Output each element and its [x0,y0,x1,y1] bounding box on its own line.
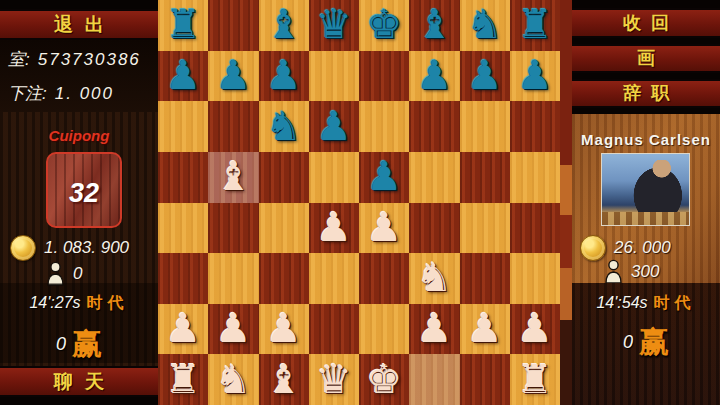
square-c6[interactable]: ♞ [259,101,309,152]
square-e2[interactable] [359,304,409,355]
square-e1[interactable]: ♚ [359,354,409,405]
square-f8[interactable]: ♝ [409,0,459,51]
square-f1[interactable] [409,354,459,405]
person-icon [604,259,623,284]
right-player-avatar[interactable] [601,153,690,226]
square-f4[interactable] [409,203,459,254]
square-b6[interactable] [208,101,258,152]
left-score-value: 0 [73,264,82,284]
white-bishop-c1[interactable]: ♝ [266,359,302,399]
black-pawn-d6[interactable]: ♟ [316,106,352,146]
square-b7[interactable]: ♟ [208,51,258,102]
right-wins: 0赢 [572,322,720,363]
square-g7[interactable]: ♟ [460,51,510,102]
white-bishop-b5[interactable]: ♝ [215,156,251,196]
square-d7[interactable] [309,51,359,102]
chat-button-label: 聊天 [42,371,116,392]
square-g2[interactable]: ♟ [460,304,510,355]
square-a7[interactable]: ♟ [158,51,208,102]
square-f2[interactable]: ♟ [409,304,459,355]
square-a3[interactable] [158,253,208,304]
white-knight-f3[interactable]: ♞ [416,257,452,297]
square-d5[interactable] [309,152,359,203]
square-a6[interactable] [158,101,208,152]
square-g1[interactable] [460,354,510,405]
right-time-suffix: 时代 [654,294,696,311]
white-pawn-b2[interactable]: ♟ [215,308,251,348]
square-h7[interactable]: ♟ [510,51,560,102]
square-f3[interactable]: ♞ [409,253,459,304]
square-b4[interactable] [208,203,258,254]
square-h3[interactable] [510,253,560,304]
square-d8[interactable]: ♛ [309,0,359,51]
bet-label: 下注: [8,84,47,103]
square-b2[interactable]: ♟ [208,304,258,355]
right-time-value: 14':54s [596,294,647,311]
black-pawn-c7[interactable]: ♟ [266,55,302,95]
square-c1[interactable]: ♝ [259,354,309,405]
left-wins-suffix: 赢 [72,327,102,360]
black-pawn-h7[interactable]: ♟ [517,55,553,95]
black-rook-h8[interactable]: ♜ [517,4,553,44]
white-pawn-d4[interactable]: ♟ [316,207,352,247]
right-coins-value: 26. 000 [614,238,671,258]
right-wins-suffix: 赢 [639,325,669,358]
black-pawn-e5[interactable]: ♟ [366,156,402,196]
left-panel: 退出 室:573730386 下注:1. 000 Cuipong 32 1. 0… [0,0,158,405]
white-king-e1[interactable]: ♚ [366,359,402,399]
square-a4[interactable] [158,203,208,254]
exit-button-label: 退出 [42,14,116,35]
black-pawn-b7[interactable]: ♟ [215,55,251,95]
left-time-value: 14':27s [29,294,80,311]
chess-board[interactable]: ♜♝♛♚♝♞♜♟♟♟♟♟♟♞♟♝♟♟♟♞♟♟♟♟♟♟♜♞♝♛♚♜ [158,0,560,405]
left-coins-row: 1. 083. 900 [10,235,129,261]
coin-icon [580,235,606,261]
right-score-row: 300 [604,259,659,284]
square-c4[interactable] [259,203,309,254]
square-h4[interactable] [510,203,560,254]
square-d1[interactable]: ♛ [309,354,359,405]
bet-line: 下注:1. 000 [8,82,114,105]
square-e5[interactable]: ♟ [359,152,409,203]
exit-button[interactable]: 退出 [0,9,158,40]
square-c3[interactable] [259,253,309,304]
chess-game-screen: ♜♝♛♚♝♞♜♟♟♟♟♟♟♞♟♝♟♟♟♞♟♟♟♟♟♟♜♞♝♛♚♜ 退出 室:57… [0,0,720,405]
square-e6[interactable] [359,101,409,152]
right-panel: 收回 画 辞职 Magnus Carlsen 26. 000 300 [572,0,720,405]
right-player-name: Magnus Carlsen [572,131,720,148]
white-queen-d1[interactable]: ♛ [316,359,352,399]
square-d2[interactable] [309,304,359,355]
photo-chessboard-strip [602,212,689,225]
left-player-name: Cuipong [0,127,158,144]
draw-button[interactable]: 画 [572,44,720,73]
black-king-e8[interactable]: ♚ [366,4,402,44]
square-c8[interactable]: ♝ [259,0,309,51]
left-player-avatar[interactable]: 32 [46,152,122,228]
left-coins-value: 1. 083. 900 [44,238,129,258]
right-coins-row: 26. 000 [580,235,671,261]
resign-button-label: 辞职 [613,83,679,103]
black-knight-g8[interactable]: ♞ [467,4,503,44]
black-queen-d8[interactable]: ♛ [316,4,352,44]
room-number-line: 室:573730386 [8,48,141,71]
square-a5[interactable] [158,152,208,203]
square-b5[interactable]: ♝ [208,152,258,203]
right-timer: 14':54s时代 [572,293,720,314]
left-wins-value: 0 [56,334,66,354]
square-d6[interactable]: ♟ [309,101,359,152]
right-score-value: 300 [631,262,659,282]
square-e3[interactable] [359,253,409,304]
white-pawn-a2[interactable]: ♟ [165,308,201,348]
player-photo-figure [627,160,683,212]
room-number: 573730386 [38,50,141,69]
square-h8[interactable]: ♜ [510,0,560,51]
black-rook-a8[interactable]: ♜ [165,4,201,44]
black-bishop-c8[interactable]: ♝ [266,4,302,44]
square-c2[interactable]: ♟ [259,304,309,355]
top-divider [0,0,158,9]
square-g4[interactable] [460,203,510,254]
square-e4[interactable]: ♟ [359,203,409,254]
square-h5[interactable] [510,152,560,203]
black-bishop-f8[interactable]: ♝ [416,4,452,44]
white-rook-a1[interactable]: ♜ [165,359,201,399]
left-timer: 14':27s时代 [0,293,158,314]
black-pawn-g7[interactable]: ♟ [467,55,503,95]
square-c5[interactable] [259,152,309,203]
left-player-level: 32 [48,178,120,209]
square-f6[interactable] [409,101,459,152]
white-rook-h1[interactable]: ♜ [517,359,553,399]
square-a2[interactable]: ♟ [158,304,208,355]
white-pawn-c2[interactable]: ♟ [266,308,302,348]
white-pawn-g2[interactable]: ♟ [467,308,503,348]
square-h1[interactable]: ♜ [510,354,560,405]
room-label: 室: [8,50,30,69]
square-d4[interactable]: ♟ [309,203,359,254]
square-d3[interactable] [309,253,359,304]
square-b8[interactable] [208,0,258,51]
draw-button-label: 画 [637,48,655,68]
black-pawn-f7[interactable]: ♟ [416,55,452,95]
square-b1[interactable]: ♞ [208,354,258,405]
bottom-divider [0,397,158,405]
takeback-button[interactable]: 收回 [572,8,720,38]
square-a1[interactable]: ♜ [158,354,208,405]
white-pawn-h2[interactable]: ♟ [517,308,553,348]
right-wins-value: 0 [623,332,633,352]
bet-amount: 1. 000 [55,84,114,103]
square-g3[interactable] [460,253,510,304]
square-g6[interactable] [460,101,510,152]
square-f5[interactable] [409,152,459,203]
room-info: 室:573730386 下注:1. 000 [0,40,158,112]
black-knight-c6[interactable]: ♞ [266,106,302,146]
resign-button[interactable]: 辞职 [572,79,720,108]
left-wins: 0赢 [0,324,158,365]
square-g8[interactable]: ♞ [460,0,510,51]
square-c7[interactable]: ♟ [259,51,309,102]
square-e7[interactable] [359,51,409,102]
square-a8[interactable]: ♜ [158,0,208,51]
takeback-button-label: 收回 [613,13,679,33]
square-h2[interactable]: ♟ [510,304,560,355]
board-edge-stripe [560,0,572,405]
white-pawn-e4[interactable]: ♟ [366,207,402,247]
square-h6[interactable] [510,101,560,152]
square-f7[interactable]: ♟ [409,51,459,102]
square-b3[interactable] [208,253,258,304]
black-pawn-a7[interactable]: ♟ [165,55,201,95]
right-top-divider [572,0,720,8]
white-knight-b1[interactable]: ♞ [215,359,251,399]
coin-icon [10,235,36,261]
square-e8[interactable]: ♚ [359,0,409,51]
square-g5[interactable] [460,152,510,203]
left-time-suffix: 时代 [87,294,129,311]
chat-button[interactable]: 聊天 [0,366,158,397]
white-pawn-f2[interactable]: ♟ [416,308,452,348]
